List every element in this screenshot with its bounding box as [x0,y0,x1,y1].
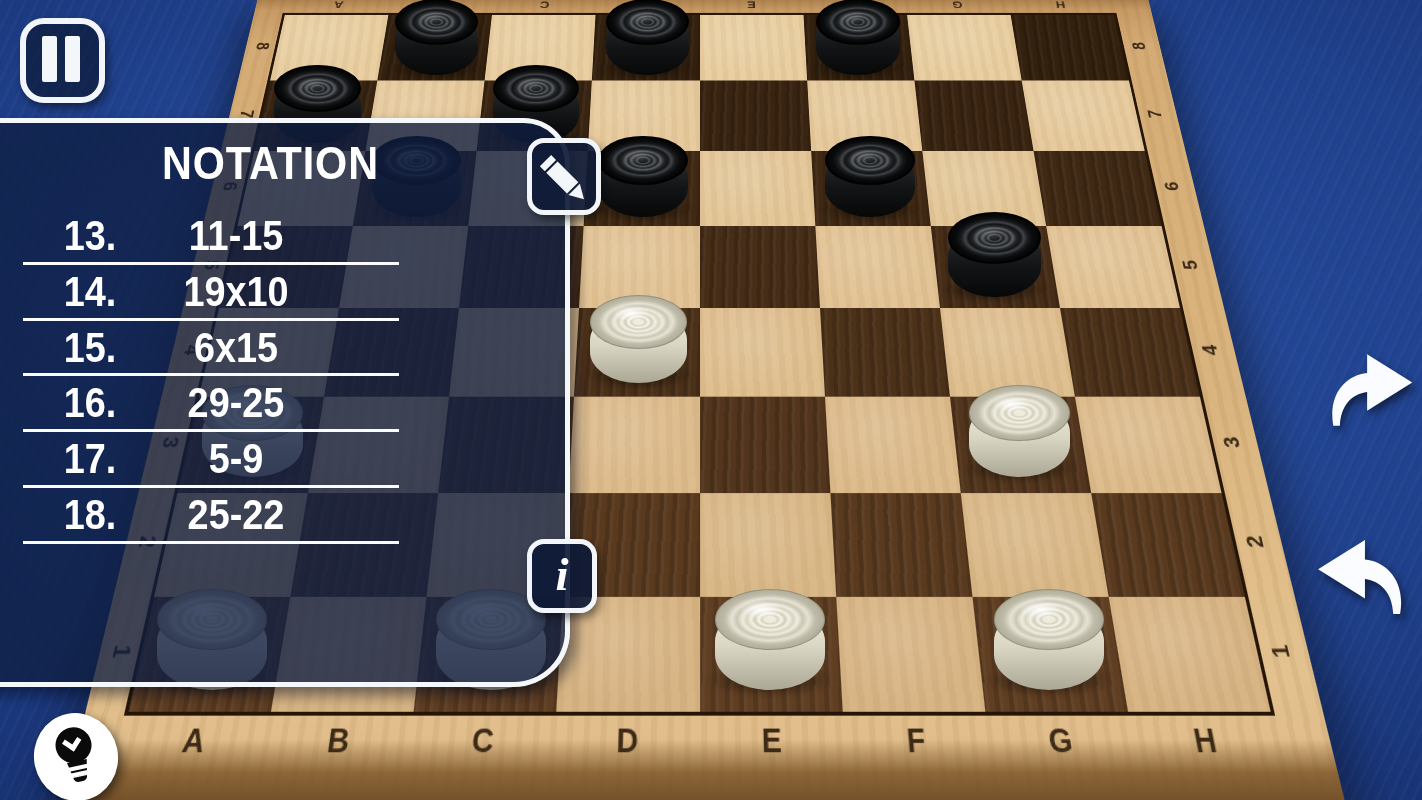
square-E6[interactable] [700,151,816,227]
rank-label-right-1: 1 [1263,632,1299,671]
piece-top [606,0,689,45]
rank-label-right-8: 8 [1126,35,1151,57]
square-H5[interactable] [1046,226,1180,308]
black-man-B8[interactable] [395,0,478,75]
file-label-bottom-E: E [752,722,792,760]
square-D3[interactable] [569,396,699,492]
lightbulb-icon [52,724,95,767]
file-label-bottom-F: F [895,722,937,760]
square-E7[interactable] [700,80,811,150]
move-text: 6x15 [148,322,324,372]
notation-row-16: 16.29-25 [23,376,399,432]
piece-top [598,136,688,185]
move-number: 14. [48,266,117,316]
square-F1[interactable] [836,597,985,712]
move-text: 11-15 [148,210,324,260]
info-icon: i [555,548,568,600]
move-text: 19x10 [148,266,324,316]
move-number: 13. [48,210,117,260]
move-text: 29-25 [148,377,324,427]
black-man-D6[interactable] [598,136,688,218]
notation-move-list: 13.11-1514.19x1015.6x1516.29-2517.5-918.… [23,209,399,544]
black-man-G5[interactable] [948,212,1041,298]
piece-top [969,385,1070,441]
rank-label-left-8: 8 [250,36,275,56]
square-D1[interactable] [557,597,700,712]
piece-top [274,65,360,113]
file-label-bottom-B: B [316,722,360,760]
square-H7[interactable] [1022,80,1145,150]
piece-top [816,0,899,45]
notation-panel-title: NOTATION [11,135,529,190]
white-man-E1[interactable] [715,589,825,691]
black-man-F6[interactable] [825,136,915,218]
square-F4[interactable] [820,308,950,396]
file-label-bottom-G: G [1039,722,1083,760]
black-man-F8[interactable] [816,0,899,75]
square-E8[interactable] [700,15,807,80]
file-label-top-C: C [534,0,556,11]
pause-button[interactable] [20,18,105,103]
file-label-bottom-D: D [607,722,647,760]
square-G4[interactable] [940,308,1075,396]
notation-row-18: 18.25-22 [23,488,399,544]
piece-top [994,589,1104,650]
move-number: 17. [48,433,117,483]
move-text: 25-22 [148,489,324,539]
rank-label-right-2: 2 [1238,524,1272,560]
notation-row-17: 17.5-9 [23,432,399,488]
file-label-top-E: E [741,0,762,11]
piece-top [395,0,478,45]
piece-top [590,295,687,348]
square-G7[interactable] [914,80,1033,150]
notation-row-14: 14.19x10 [23,265,399,321]
rank-label-right-3: 3 [1215,426,1247,459]
square-H2[interactable] [1091,493,1245,598]
square-H6[interactable] [1033,151,1161,227]
rank-label-right-6: 6 [1158,174,1186,200]
square-F5[interactable] [815,226,940,308]
rank-label-right-7: 7 [1141,102,1168,126]
pencil-icon [532,143,596,210]
black-man-D8[interactable] [606,0,689,75]
square-H8[interactable] [1011,15,1129,80]
white-man-G3[interactable] [969,385,1070,478]
redo-arrow-icon[interactable] [1322,350,1416,430]
white-man-G1[interactable] [994,589,1104,691]
file-label-bottom-H: H [1182,722,1228,760]
square-E5[interactable] [700,226,820,308]
square-E2[interactable] [699,493,835,598]
file-label-top-A: A [327,0,350,11]
piece-top [948,212,1041,263]
square-G2[interactable] [960,493,1108,598]
square-F2[interactable] [830,493,972,598]
notation-panel: NOTATION 13.11-1514.19x1015.6x1516.29-25… [0,118,570,687]
move-number: 18. [48,489,117,539]
pause-icon [42,36,57,82]
square-E4[interactable] [699,308,824,396]
file-label-top-H: H [1049,0,1072,11]
square-G8[interactable] [907,15,1022,80]
white-man-D4[interactable] [590,295,687,384]
rank-label-right-5: 5 [1176,251,1205,279]
file-label-top-G: G [946,0,968,11]
square-H3[interactable] [1075,396,1222,492]
file-label-bottom-C: C [462,722,504,760]
piece-top [715,589,825,650]
pause-icon [65,36,80,82]
edit-notation-button[interactable] [527,138,601,215]
square-H4[interactable] [1060,308,1200,396]
move-text: 5-9 [148,433,324,483]
piece-top [825,136,915,185]
notation-row-15: 15.6x15 [23,321,399,377]
notation-row-13: 13.11-15 [23,209,399,265]
game-screen: AABBCCDDEEFFGGHH1122334455667788 NOTATIO… [0,0,1422,800]
move-number: 16. [48,377,117,427]
undo-arrow-icon[interactable] [1314,536,1412,618]
square-E3[interactable] [699,396,829,492]
square-H1[interactable] [1109,597,1271,712]
rank-label-right-4: 4 [1195,335,1226,365]
info-button[interactable]: i [527,539,597,613]
move-number: 15. [48,322,117,372]
checkmark-chevron-icon [62,732,81,751]
file-label-bottom-A: A [171,722,217,760]
square-F3[interactable] [825,396,961,492]
